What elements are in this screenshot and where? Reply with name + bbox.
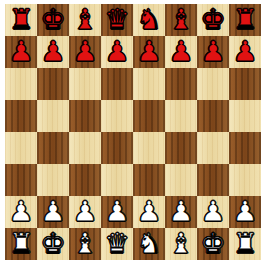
piece-white-bishop[interactable]: ♝ xyxy=(165,228,197,260)
square-e8[interactable]: ♞ xyxy=(133,4,165,36)
piece-red-pawn[interactable]: ♟ xyxy=(197,36,229,68)
square-c1[interactable]: ♝ xyxy=(69,228,101,260)
square-b5[interactable] xyxy=(37,100,69,132)
square-d5[interactable] xyxy=(101,100,133,132)
square-a3[interactable] xyxy=(5,164,37,196)
piece-white-pawn[interactable]: ♟ xyxy=(5,196,37,228)
board-frame: ♜♚♝♛♞♝♚♜♟♟♟♟♟♟♟♟♟♟♟♟♟♟♟♟♜♚♝♛♞♝♚♜ xyxy=(0,0,268,268)
square-b4[interactable] xyxy=(37,132,69,164)
square-f3[interactable] xyxy=(165,164,197,196)
square-c2[interactable]: ♟ xyxy=(69,196,101,228)
piece-red-pawn[interactable]: ♟ xyxy=(133,36,165,68)
piece-red-pawn[interactable]: ♟ xyxy=(5,36,37,68)
piece-white-queen[interactable]: ♛ xyxy=(101,228,133,260)
square-a7[interactable]: ♟ xyxy=(5,36,37,68)
chess-board: ♜♚♝♛♞♝♚♜♟♟♟♟♟♟♟♟♟♟♟♟♟♟♟♟♜♚♝♛♞♝♚♜ xyxy=(5,4,261,260)
piece-red-knight[interactable]: ♞ xyxy=(133,4,165,36)
square-d6[interactable] xyxy=(101,68,133,100)
square-a5[interactable] xyxy=(5,100,37,132)
square-d3[interactable] xyxy=(101,164,133,196)
square-b8[interactable]: ♚ xyxy=(37,4,69,36)
square-g1[interactable]: ♚ xyxy=(197,228,229,260)
square-e5[interactable] xyxy=(133,100,165,132)
piece-red-queen[interactable]: ♛ xyxy=(101,4,133,36)
piece-white-king[interactable]: ♚ xyxy=(37,228,69,260)
square-d7[interactable]: ♟ xyxy=(101,36,133,68)
square-g8[interactable]: ♚ xyxy=(197,4,229,36)
square-h2[interactable]: ♟ xyxy=(229,196,261,228)
piece-white-pawn[interactable]: ♟ xyxy=(133,196,165,228)
piece-white-rook[interactable]: ♜ xyxy=(229,228,261,260)
square-g7[interactable]: ♟ xyxy=(197,36,229,68)
square-b1[interactable]: ♚ xyxy=(37,228,69,260)
square-c4[interactable] xyxy=(69,132,101,164)
piece-white-king[interactable]: ♚ xyxy=(197,228,229,260)
piece-white-pawn[interactable]: ♟ xyxy=(37,196,69,228)
square-e4[interactable] xyxy=(133,132,165,164)
square-a1[interactable]: ♜ xyxy=(5,228,37,260)
square-f4[interactable] xyxy=(165,132,197,164)
square-h6[interactable] xyxy=(229,68,261,100)
piece-white-pawn[interactable]: ♟ xyxy=(165,196,197,228)
square-g2[interactable]: ♟ xyxy=(197,196,229,228)
piece-red-rook[interactable]: ♜ xyxy=(5,4,37,36)
piece-red-rook[interactable]: ♜ xyxy=(229,4,261,36)
piece-red-pawn[interactable]: ♟ xyxy=(37,36,69,68)
square-b7[interactable]: ♟ xyxy=(37,36,69,68)
square-h7[interactable]: ♟ xyxy=(229,36,261,68)
square-a4[interactable] xyxy=(5,132,37,164)
app-window: { "game": "chess", "position": "rkbqnbkr… xyxy=(0,0,268,268)
square-b2[interactable]: ♟ xyxy=(37,196,69,228)
piece-white-pawn[interactable]: ♟ xyxy=(197,196,229,228)
square-c8[interactable]: ♝ xyxy=(69,4,101,36)
square-h1[interactable]: ♜ xyxy=(229,228,261,260)
piece-red-pawn[interactable]: ♟ xyxy=(165,36,197,68)
square-g6[interactable] xyxy=(197,68,229,100)
piece-red-king[interactable]: ♚ xyxy=(37,4,69,36)
square-b6[interactable] xyxy=(37,68,69,100)
piece-white-rook[interactable]: ♜ xyxy=(5,228,37,260)
square-h5[interactable] xyxy=(229,100,261,132)
square-g5[interactable] xyxy=(197,100,229,132)
square-g4[interactable] xyxy=(197,132,229,164)
piece-red-bishop[interactable]: ♝ xyxy=(165,4,197,36)
square-e3[interactable] xyxy=(133,164,165,196)
piece-white-pawn[interactable]: ♟ xyxy=(229,196,261,228)
square-d1[interactable]: ♛ xyxy=(101,228,133,260)
square-f6[interactable] xyxy=(165,68,197,100)
piece-red-pawn[interactable]: ♟ xyxy=(69,36,101,68)
square-d2[interactable]: ♟ xyxy=(101,196,133,228)
piece-red-pawn[interactable]: ♟ xyxy=(101,36,133,68)
square-a8[interactable]: ♜ xyxy=(5,4,37,36)
piece-white-pawn[interactable]: ♟ xyxy=(69,196,101,228)
square-h3[interactable] xyxy=(229,164,261,196)
square-e2[interactable]: ♟ xyxy=(133,196,165,228)
square-b3[interactable] xyxy=(37,164,69,196)
square-c6[interactable] xyxy=(69,68,101,100)
piece-white-knight[interactable]: ♞ xyxy=(133,228,165,260)
square-e6[interactable] xyxy=(133,68,165,100)
piece-red-pawn[interactable]: ♟ xyxy=(229,36,261,68)
piece-white-bishop[interactable]: ♝ xyxy=(69,228,101,260)
piece-red-king[interactable]: ♚ xyxy=(197,4,229,36)
square-f8[interactable]: ♝ xyxy=(165,4,197,36)
square-c5[interactable] xyxy=(69,100,101,132)
square-g3[interactable] xyxy=(197,164,229,196)
square-f5[interactable] xyxy=(165,100,197,132)
square-h4[interactable] xyxy=(229,132,261,164)
square-h8[interactable]: ♜ xyxy=(229,4,261,36)
square-f7[interactable]: ♟ xyxy=(165,36,197,68)
piece-red-bishop[interactable]: ♝ xyxy=(69,4,101,36)
square-a6[interactable] xyxy=(5,68,37,100)
piece-white-pawn[interactable]: ♟ xyxy=(101,196,133,228)
square-d4[interactable] xyxy=(101,132,133,164)
square-c7[interactable]: ♟ xyxy=(69,36,101,68)
square-e1[interactable]: ♞ xyxy=(133,228,165,260)
square-f1[interactable]: ♝ xyxy=(165,228,197,260)
square-a2[interactable]: ♟ xyxy=(5,196,37,228)
square-f2[interactable]: ♟ xyxy=(165,196,197,228)
square-d8[interactable]: ♛ xyxy=(101,4,133,36)
square-c3[interactable] xyxy=(69,164,101,196)
square-e7[interactable]: ♟ xyxy=(133,36,165,68)
